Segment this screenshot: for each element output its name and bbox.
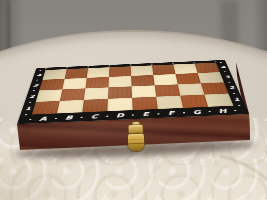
file-label-d: D [107, 110, 133, 120]
brass-latch [126, 122, 146, 155]
square-c1 [82, 99, 108, 113]
square-e1 [132, 97, 158, 110]
square-d1 [107, 98, 132, 111]
file-label-h: H [208, 106, 237, 116]
chess-board-top: ABCDEFGH 4321 4321 [17, 60, 249, 124]
square-f1 [156, 96, 183, 109]
wall-shadow-right [253, 0, 267, 52]
square-b1 [57, 100, 84, 114]
file-label-e: E [133, 109, 159, 119]
box-front-highlight [30, 122, 190, 140]
file-label-g: G [183, 107, 211, 117]
file-label-a: A [29, 113, 57, 123]
file-label-c: C [81, 111, 107, 121]
file-label-b: B [55, 112, 82, 122]
chess-box-photo-scene: ABCDEFGH 4321 4321 [0, 0, 267, 200]
latch-clasp-icon [128, 134, 145, 152]
file-label-f: F [158, 108, 185, 118]
